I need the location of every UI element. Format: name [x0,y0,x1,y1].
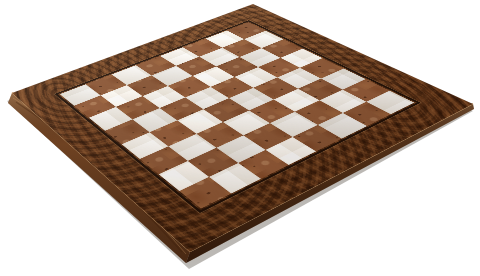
photo-background [0,0,480,276]
